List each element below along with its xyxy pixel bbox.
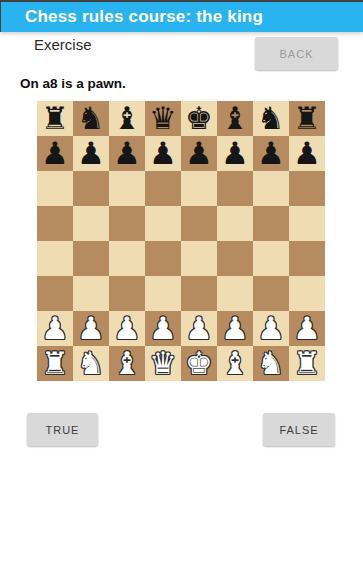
square-d5: [145, 206, 181, 241]
chess-board: ♜♞♝♛♚♝♞♜♟♟♟♟♟♟♟♟♟♟♟♟♟♟♟♟♜♞♝♛♚♝♞♜: [37, 101, 325, 381]
black-pawn-icon: ♟: [257, 136, 285, 171]
white-pawn-icon: ♟: [77, 311, 105, 346]
square-b6: [73, 171, 109, 206]
white-knight-icon: ♞: [257, 346, 285, 381]
square-f4: [217, 241, 253, 276]
square-h7: ♟: [289, 136, 325, 171]
square-h6: [289, 171, 325, 206]
square-a8: ♜: [37, 101, 73, 136]
white-king-icon: ♚: [185, 346, 213, 381]
question-statement: On a8 is a pawn.: [20, 76, 126, 91]
square-b2: ♟: [73, 311, 109, 346]
square-g2: ♟: [253, 311, 289, 346]
square-a3: [37, 276, 73, 311]
white-rook-icon: ♜: [41, 346, 69, 381]
black-bishop-icon: ♝: [221, 101, 249, 136]
square-e8: ♚: [181, 101, 217, 136]
square-d8: ♛: [145, 101, 181, 136]
square-b7: ♟: [73, 136, 109, 171]
white-pawn-icon: ♟: [257, 311, 285, 346]
square-d6: [145, 171, 181, 206]
black-pawn-icon: ♟: [41, 136, 69, 171]
false-button[interactable]: FALSE: [263, 413, 335, 446]
square-a4: [37, 241, 73, 276]
square-f2: ♟: [217, 311, 253, 346]
square-c5: [109, 206, 145, 241]
app-screen: Chess rules course: the king Exercise BA…: [0, 0, 363, 581]
square-e5: [181, 206, 217, 241]
square-e7: ♟: [181, 136, 217, 171]
square-b3: [73, 276, 109, 311]
square-d3: [145, 276, 181, 311]
true-button[interactable]: TRUE: [27, 413, 98, 446]
square-e6: [181, 171, 217, 206]
square-g6: [253, 171, 289, 206]
white-pawn-icon: ♟: [185, 311, 213, 346]
square-d7: ♟: [145, 136, 181, 171]
white-bishop-icon: ♝: [113, 346, 141, 381]
square-c3: [109, 276, 145, 311]
square-c1: ♝: [109, 346, 145, 381]
square-g5: [253, 206, 289, 241]
square-e3: [181, 276, 217, 311]
square-b4: [73, 241, 109, 276]
black-knight-icon: ♞: [257, 101, 285, 136]
white-pawn-icon: ♟: [149, 311, 177, 346]
app-title: Chess rules course: the king: [1, 7, 263, 27]
square-d1: ♛: [145, 346, 181, 381]
square-h8: ♜: [289, 101, 325, 136]
white-rook-icon: ♜: [293, 346, 321, 381]
square-c6: [109, 171, 145, 206]
square-b5: [73, 206, 109, 241]
square-h5: [289, 206, 325, 241]
square-g8: ♞: [253, 101, 289, 136]
square-d4: [145, 241, 181, 276]
white-pawn-icon: ♟: [113, 311, 141, 346]
square-e2: ♟: [181, 311, 217, 346]
black-knight-icon: ♞: [77, 101, 105, 136]
square-h3: [289, 276, 325, 311]
black-pawn-icon: ♟: [77, 136, 105, 171]
square-h1: ♜: [289, 346, 325, 381]
square-g7: ♟: [253, 136, 289, 171]
square-c4: [109, 241, 145, 276]
black-pawn-icon: ♟: [185, 136, 213, 171]
square-c8: ♝: [109, 101, 145, 136]
black-pawn-icon: ♟: [113, 136, 141, 171]
square-h4: [289, 241, 325, 276]
square-f3: [217, 276, 253, 311]
black-rook-icon: ♜: [293, 101, 321, 136]
black-pawn-icon: ♟: [293, 136, 321, 171]
square-a7: ♟: [37, 136, 73, 171]
white-pawn-icon: ♟: [41, 311, 69, 346]
square-g4: [253, 241, 289, 276]
square-f5: [217, 206, 253, 241]
square-f6: [217, 171, 253, 206]
white-pawn-icon: ♟: [293, 311, 321, 346]
square-a6: [37, 171, 73, 206]
square-g3: [253, 276, 289, 311]
black-pawn-icon: ♟: [221, 136, 249, 171]
black-pawn-icon: ♟: [149, 136, 177, 171]
square-e4: [181, 241, 217, 276]
square-f8: ♝: [217, 101, 253, 136]
app-title-bar: Chess rules course: the king: [0, 0, 363, 32]
square-e1: ♚: [181, 346, 217, 381]
screen-label: Exercise: [34, 36, 92, 53]
square-b1: ♞: [73, 346, 109, 381]
white-pawn-icon: ♟: [221, 311, 249, 346]
square-a2: ♟: [37, 311, 73, 346]
square-f1: ♝: [217, 346, 253, 381]
black-king-icon: ♚: [185, 101, 213, 136]
black-queen-icon: ♛: [149, 101, 177, 136]
square-b8: ♞: [73, 101, 109, 136]
square-c7: ♟: [109, 136, 145, 171]
white-queen-icon: ♛: [149, 346, 177, 381]
black-bishop-icon: ♝: [113, 101, 141, 136]
square-g1: ♞: [253, 346, 289, 381]
black-rook-icon: ♜: [41, 101, 69, 136]
white-knight-icon: ♞: [77, 346, 105, 381]
square-f7: ♟: [217, 136, 253, 171]
square-d2: ♟: [145, 311, 181, 346]
square-c2: ♟: [109, 311, 145, 346]
square-h2: ♟: [289, 311, 325, 346]
square-a1: ♜: [37, 346, 73, 381]
square-a5: [37, 206, 73, 241]
back-button[interactable]: BACK: [255, 37, 338, 70]
white-bishop-icon: ♝: [221, 346, 249, 381]
